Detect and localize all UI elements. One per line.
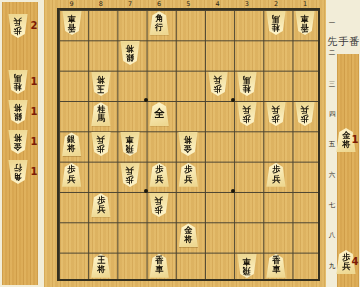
koma-kanji: 金 <box>14 142 22 151</box>
row-label-9: 九 <box>327 262 337 271</box>
row-label-6: 六 <box>327 171 337 180</box>
koma-kanji: 将 <box>342 140 350 149</box>
koma-kanji: 飛 <box>126 145 134 154</box>
row-label-1: 一 <box>327 19 337 28</box>
koma-kanji: 車 <box>68 14 76 23</box>
hoshi-dot <box>231 98 235 102</box>
koma-kanji: 車 <box>272 265 280 274</box>
koma-kanji: 歩 <box>243 114 251 123</box>
koma-kanji: 車 <box>126 136 134 145</box>
koma-kanji: 歩 <box>155 205 163 214</box>
koma-kanji: 銀 <box>14 112 22 121</box>
koma-kanji: 将 <box>126 45 134 54</box>
koma-kanji: 兵 <box>155 175 163 184</box>
koma-kanji: 将 <box>14 103 22 112</box>
row-label-7: 七 <box>327 201 337 210</box>
column-label-4: 4 <box>203 0 232 8</box>
koma-kanji: 桂 <box>14 82 22 91</box>
koma-kanji: 全 <box>154 108 164 120</box>
koma-kanji: 兵 <box>68 175 76 184</box>
koma-kanji: 車 <box>301 14 309 23</box>
column-label-5: 5 <box>174 0 203 8</box>
turn-indicator: 先手番 <box>318 35 360 49</box>
column-label-2: 2 <box>261 0 290 8</box>
koma-kanji: 兵 <box>97 205 105 214</box>
koma-kanji: 将 <box>97 75 105 84</box>
koma-kanji: 桂 <box>272 23 280 32</box>
hand-count-sente-歩兵: 4 <box>350 256 360 267</box>
koma-kanji: 車 <box>155 265 163 274</box>
hoshi-dot <box>144 189 148 193</box>
koma-kanji: 行 <box>14 163 22 172</box>
koma-kanji: 車 <box>243 257 251 266</box>
koma-kanji: 将 <box>14 133 22 142</box>
column-label-8: 8 <box>86 0 115 8</box>
row-label-4: 四 <box>327 110 337 119</box>
hoshi-dot <box>144 98 148 102</box>
koma-kanji: 兵 <box>301 105 309 114</box>
koma-kanji: 金 <box>184 145 192 154</box>
hand-count-gote-金将: 1 <box>29 136 39 147</box>
koma-kanji: 歩 <box>14 26 22 35</box>
koma-kanji: 将 <box>68 144 76 153</box>
koma-kanji: 行 <box>155 23 163 32</box>
koma-kanji: 兵 <box>126 166 134 175</box>
koma-kanji: 兵 <box>97 136 105 145</box>
koma-kanji: 兵 <box>272 175 280 184</box>
koma-kanji: 兵 <box>272 105 280 114</box>
koma-kanji: 香 <box>68 23 76 32</box>
koma-kanji: 馬 <box>14 73 22 82</box>
koma-kanji: 兵 <box>184 175 192 184</box>
row-label-8: 八 <box>327 231 337 240</box>
hand-count-gote-桂馬: 1 <box>29 76 39 87</box>
koma-kanji: 兵 <box>243 105 251 114</box>
koma-kanji: 馬 <box>97 114 105 123</box>
koma-kanji: 歩 <box>214 84 222 93</box>
koma-kanji: 桂 <box>243 84 251 93</box>
hoshi-dot <box>231 189 235 193</box>
row-label-3: 三 <box>327 80 337 89</box>
koma-kanji: 歩 <box>272 114 280 123</box>
koma-kanji: 香 <box>301 23 309 32</box>
koma-kanji: 歩 <box>126 175 134 184</box>
row-label-2: 二 <box>327 49 337 58</box>
koma-kanji: 歩 <box>301 114 309 123</box>
column-label-9: 9 <box>57 0 86 8</box>
koma-kanji: 馬 <box>243 75 251 84</box>
column-label-6: 6 <box>145 0 174 8</box>
hand-count-gote-歩兵: 2 <box>29 20 39 31</box>
hand-count-gote-角行: 1 <box>29 166 39 177</box>
koma-kanji: 兵 <box>155 196 163 205</box>
hand-count-sente-金将: 1 <box>350 134 360 145</box>
koma-kanji: 兵 <box>342 262 350 271</box>
koma-kanji: 将 <box>184 136 192 145</box>
koma-kanji: 兵 <box>14 17 22 26</box>
koma-kanji: 将 <box>184 235 192 244</box>
koma-kanji: 歩 <box>97 145 105 154</box>
koma-kanji: 銀 <box>126 54 134 63</box>
koma-kanji: 玉 <box>97 84 105 93</box>
koma-kanji: 飛 <box>243 266 251 275</box>
hand-count-gote-銀将: 1 <box>29 106 39 117</box>
koma-kanji: 角 <box>14 172 22 181</box>
koma-kanji: 馬 <box>272 14 280 23</box>
column-label-3: 3 <box>232 0 261 8</box>
column-label-7: 7 <box>115 0 144 8</box>
column-label-1: 1 <box>291 0 320 8</box>
koma-kanji: 将 <box>97 265 105 274</box>
row-label-5: 五 <box>327 140 337 149</box>
koma-kanji: 兵 <box>214 75 222 84</box>
